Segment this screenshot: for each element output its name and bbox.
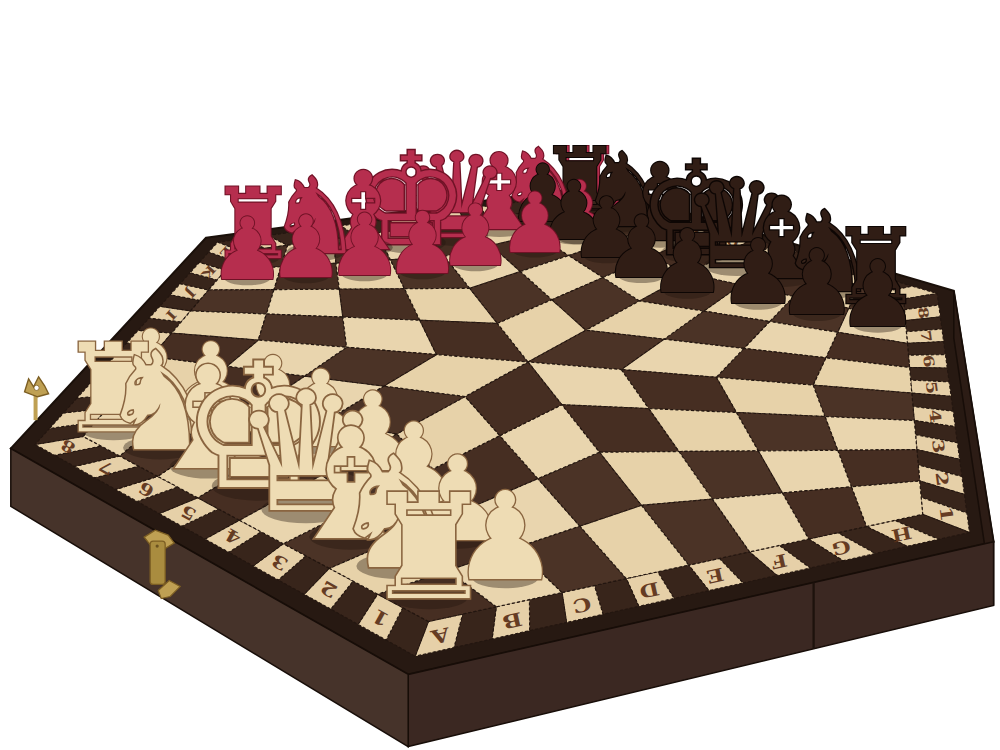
red-pawn: ♟ <box>209 199 286 299</box>
product-photo: ABCDE87654321HGFEDCBA12345678IJKL♜♜♞♟♟♞♝… <box>0 0 1000 750</box>
natural-rook: ♜ <box>364 463 494 632</box>
edge-label-5: 5 <box>922 380 941 395</box>
clasp-screw <box>156 544 159 547</box>
closure-hook-hole <box>34 385 39 390</box>
edge-label-4: 4 <box>925 408 944 423</box>
edge-label-7: 7 <box>917 329 935 343</box>
dark-pawn: ♟ <box>837 241 919 348</box>
edge-label-3: 3 <box>928 438 948 454</box>
edge-label-6: 6 <box>919 354 937 369</box>
board-cell <box>838 450 920 487</box>
three-player-chess-board-scene: ABCDE87654321HGFEDCBA12345678IJKL♜♜♞♟♟♞♝… <box>0 0 1000 750</box>
edge-label-2: 2 <box>932 471 952 488</box>
border-cell <box>910 368 950 382</box>
edge-label-H: H <box>890 522 914 546</box>
dark-pawn: ♟ <box>648 211 727 313</box>
board-cell <box>825 417 917 451</box>
edge-label-1: 1 <box>935 505 957 522</box>
